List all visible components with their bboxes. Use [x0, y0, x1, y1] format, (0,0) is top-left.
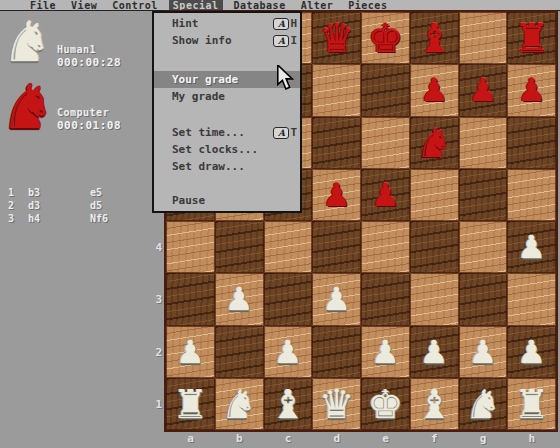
- file-label-a: a: [166, 432, 215, 445]
- square-e1[interactable]: ♚: [361, 378, 410, 430]
- special-menu: HintAHShow infoAIYour gradeMy gradeSet t…: [152, 11, 302, 213]
- menu-item-label: Hint: [172, 17, 199, 30]
- black-move: Nf6: [90, 212, 150, 225]
- square-f2[interactable]: ♟: [410, 326, 459, 378]
- menu-item-hint[interactable]: HintAH: [154, 15, 300, 32]
- piece-white-pawn: ♟: [517, 231, 546, 263]
- menu-item-pause[interactable]: Pause: [154, 192, 300, 209]
- rank-label-4: 4: [144, 241, 162, 254]
- square-h1[interactable]: ♜: [507, 378, 556, 430]
- square-c3[interactable]: [264, 273, 313, 325]
- piece-white-pawn: ♟: [420, 336, 449, 368]
- piece-white-pawn: ♟: [274, 336, 303, 368]
- square-c1[interactable]: ♝: [264, 378, 313, 430]
- square-d2[interactable]: [312, 326, 361, 378]
- menubar-item-database[interactable]: Database: [234, 0, 286, 11]
- square-d8[interactable]: ♛: [312, 12, 361, 64]
- white-move: h4: [28, 212, 90, 225]
- menu-item-label: Show info: [172, 34, 232, 47]
- square-a3[interactable]: [166, 273, 215, 325]
- square-g5[interactable]: [459, 169, 508, 221]
- square-f3[interactable]: [410, 273, 459, 325]
- shortcut-letter: I: [290, 32, 297, 49]
- piece-white-knight: ♞: [465, 384, 501, 424]
- file-label-e: e: [361, 432, 410, 445]
- square-g1[interactable]: ♞: [459, 378, 508, 430]
- square-h7[interactable]: ♟: [507, 64, 556, 116]
- square-a2[interactable]: ♟: [166, 326, 215, 378]
- piece-white-pawn: ♟: [322, 283, 351, 315]
- piece-white-pawn: ♟: [517, 336, 546, 368]
- square-h5[interactable]: [507, 169, 556, 221]
- black-move: e5: [90, 186, 150, 199]
- piece-white-knight: ♞: [221, 384, 257, 424]
- piece-white-pawn: ♟: [371, 336, 400, 368]
- move-number: 2: [8, 199, 28, 212]
- square-e6[interactable]: [361, 117, 410, 169]
- square-e2[interactable]: ♟: [361, 326, 410, 378]
- piece-red-king: ♚: [367, 18, 403, 58]
- square-f8[interactable]: ♝: [410, 12, 459, 64]
- piece-red-pawn: ♟: [371, 179, 400, 211]
- square-h6[interactable]: [507, 117, 556, 169]
- menubar-item-pieces[interactable]: Pieces: [348, 0, 387, 11]
- square-g8[interactable]: [459, 12, 508, 64]
- piece-white-rook: ♜: [172, 384, 208, 424]
- rank-label-1: 1: [144, 398, 162, 411]
- file-label-g: g: [459, 432, 508, 445]
- move-list: 1b3e52d3d53h4Nf6: [8, 186, 158, 225]
- piece-red-bishop: ♝: [416, 18, 452, 58]
- mouse-cursor-icon: [276, 65, 294, 91]
- piece-white-bishop: ♝: [416, 384, 452, 424]
- square-g6[interactable]: [459, 117, 508, 169]
- menubar-item-special[interactable]: Special: [169, 0, 223, 11]
- move-number: 3: [8, 212, 28, 225]
- rank-label-3: 3: [144, 293, 162, 306]
- square-d3[interactable]: ♟: [312, 273, 361, 325]
- menu-item-label: Set clocks...: [172, 143, 258, 156]
- file-label-d: d: [312, 432, 361, 445]
- menu-item-label: Pause: [172, 194, 205, 207]
- piece-white-pawn: ♟: [225, 283, 254, 315]
- square-b1[interactable]: ♞: [215, 378, 264, 430]
- piece-white-pawn: ♟: [176, 336, 205, 368]
- piece-red-knight: ♞: [416, 123, 452, 163]
- square-d6[interactable]: [312, 117, 361, 169]
- square-d7[interactable]: [312, 64, 361, 116]
- move-row: 2d3d5: [8, 199, 158, 212]
- piece-white-rook: ♜: [514, 384, 550, 424]
- square-g4[interactable]: [459, 221, 508, 273]
- shortcut-hint: AH: [273, 15, 297, 32]
- square-f7[interactable]: ♟: [410, 64, 459, 116]
- piece-red-pawn: ♟: [517, 74, 546, 106]
- menu-item-set-draw[interactable]: Set draw...: [154, 158, 300, 175]
- piece-red-pawn: ♟: [322, 179, 351, 211]
- square-e4[interactable]: [361, 221, 410, 273]
- square-e3[interactable]: [361, 273, 410, 325]
- menubar: FileViewControlSpecialDatabaseAlterPiece…: [0, 0, 560, 11]
- square-g2[interactable]: ♟: [459, 326, 508, 378]
- player-name-human: Human1: [57, 44, 96, 55]
- shortcut-hint: AT: [273, 124, 297, 141]
- white-move: b3: [28, 186, 90, 199]
- white-knight-icon: ♞: [2, 14, 52, 70]
- square-c2[interactable]: ♟: [264, 326, 313, 378]
- square-a4[interactable]: [166, 221, 215, 273]
- move-row: 3h4Nf6: [8, 212, 158, 225]
- shortcut-letter: H: [290, 15, 297, 32]
- red-knight-icon: ♞: [0, 76, 56, 138]
- menu-item-set-time[interactable]: Set time...AT: [154, 124, 300, 141]
- square-b4[interactable]: [215, 221, 264, 273]
- square-f6[interactable]: ♞: [410, 117, 459, 169]
- menubar-item-view[interactable]: View: [71, 0, 97, 11]
- square-e7[interactable]: [361, 64, 410, 116]
- square-g7[interactable]: ♟: [459, 64, 508, 116]
- piece-white-bishop: ♝: [270, 384, 306, 424]
- square-b2[interactable]: [215, 326, 264, 378]
- square-f1[interactable]: ♝: [410, 378, 459, 430]
- menu-item-label: Set time...: [172, 126, 245, 139]
- piece-white-king: ♚: [367, 384, 403, 424]
- piece-white-queen: ♛: [319, 384, 355, 424]
- piece-red-queen: ♛: [319, 18, 355, 58]
- menu-item-label: Your grade: [172, 73, 238, 86]
- square-f4[interactable]: [410, 221, 459, 273]
- square-a1[interactable]: ♜: [166, 378, 215, 430]
- menu-item-show-info[interactable]: Show infoAI: [154, 32, 300, 49]
- menu-item-set-clocks[interactable]: Set clocks...: [154, 141, 300, 158]
- rank-label-2: 2: [144, 346, 162, 359]
- square-h4[interactable]: ♟: [507, 221, 556, 273]
- square-f5[interactable]: [410, 169, 459, 221]
- square-h8[interactable]: ♜: [507, 12, 556, 64]
- chess-app-window: FileViewControlSpecialDatabaseAlterPiece…: [0, 0, 560, 448]
- player-clock-computer: 000:01:08: [57, 119, 121, 132]
- piece-red-pawn: ♟: [420, 74, 449, 106]
- white-move: d3: [28, 199, 90, 212]
- square-h3[interactable]: [507, 273, 556, 325]
- file-label-c: c: [264, 432, 313, 445]
- menu-item-label: Set draw...: [172, 160, 245, 173]
- amiga-key-icon: A: [273, 18, 289, 30]
- square-h2[interactable]: ♟: [507, 326, 556, 378]
- file-label-b: b: [215, 432, 264, 445]
- shortcut-hint: AI: [273, 32, 297, 49]
- piece-red-pawn: ♟: [469, 74, 498, 106]
- player-name-computer: Computer: [57, 107, 109, 118]
- piece-white-pawn: ♟: [469, 336, 498, 368]
- file-label-f: f: [410, 432, 459, 445]
- shortcut-letter: T: [290, 124, 297, 141]
- square-d1[interactable]: ♛: [312, 378, 361, 430]
- menubar-item-control[interactable]: Control: [112, 0, 158, 11]
- piece-red-rook: ♜: [514, 18, 550, 58]
- square-d5[interactable]: ♟: [312, 169, 361, 221]
- file-label-h: h: [507, 432, 556, 445]
- square-e8[interactable]: ♚: [361, 12, 410, 64]
- move-number: 1: [8, 186, 28, 199]
- menu-item-label: My grade: [172, 90, 225, 103]
- menubar-item-alter[interactable]: Alter: [301, 0, 334, 11]
- square-b3[interactable]: ♟: [215, 273, 264, 325]
- move-row: 1b3e5: [8, 186, 158, 199]
- square-e5[interactable]: ♟: [361, 169, 410, 221]
- black-move: d5: [90, 199, 150, 212]
- amiga-key-icon: A: [273, 127, 289, 139]
- square-g3[interactable]: [459, 273, 508, 325]
- amiga-key-icon: A: [273, 35, 289, 47]
- player-clock-human: 000:00:28: [57, 56, 121, 69]
- square-c4[interactable]: [264, 221, 313, 273]
- square-d4[interactable]: [312, 221, 361, 273]
